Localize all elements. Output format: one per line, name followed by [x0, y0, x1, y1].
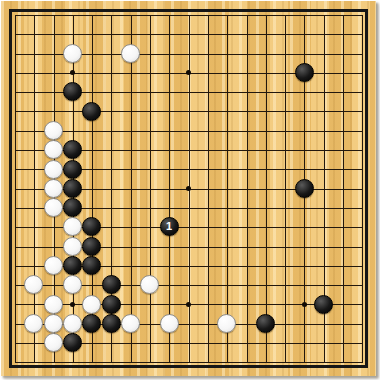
white-stone — [82, 295, 101, 314]
white-stone — [121, 314, 140, 333]
black-stone — [63, 160, 82, 179]
star-point — [186, 302, 191, 307]
white-stone — [44, 140, 63, 159]
black-stone — [82, 237, 101, 256]
black-stone — [102, 275, 121, 294]
white-stone — [44, 121, 63, 140]
white-stone — [44, 160, 63, 179]
white-stone — [160, 314, 179, 333]
star-point — [70, 70, 75, 75]
white-stone — [63, 44, 82, 63]
white-stone — [44, 314, 63, 333]
white-stone — [63, 314, 82, 333]
go-diagram-page: 1 — [0, 0, 380, 380]
black-stone — [82, 102, 101, 121]
white-stone — [44, 333, 63, 352]
black-stone — [256, 314, 275, 333]
star-point — [70, 302, 75, 307]
white-stone — [44, 295, 63, 314]
black-stone — [102, 295, 121, 314]
white-stone — [44, 256, 63, 275]
marked-stone: 1 — [160, 217, 179, 236]
black-stone — [63, 256, 82, 275]
black-stone — [63, 179, 82, 198]
black-stone — [102, 314, 121, 333]
black-stone — [295, 179, 314, 198]
white-stone — [121, 44, 140, 63]
go-board[interactable]: 1 — [1, 1, 376, 376]
star-point — [186, 70, 191, 75]
white-stone — [63, 237, 82, 256]
black-stone — [63, 198, 82, 217]
black-stone — [295, 63, 314, 82]
star-point — [302, 302, 307, 307]
white-stone — [44, 179, 63, 198]
white-stone — [44, 198, 63, 217]
move-number-label: 1 — [166, 221, 172, 232]
black-stone — [314, 295, 333, 314]
star-point — [186, 186, 191, 191]
